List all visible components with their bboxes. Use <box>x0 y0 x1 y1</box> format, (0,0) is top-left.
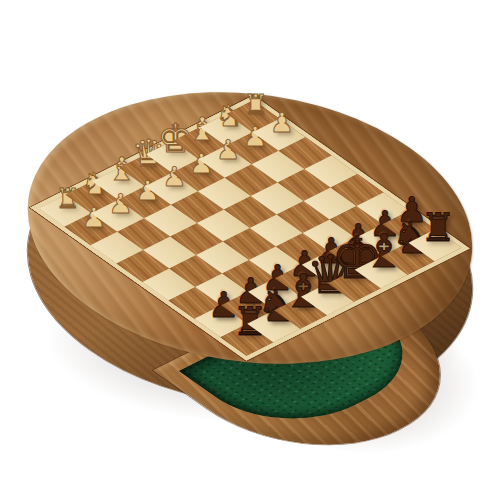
chess-box-scene: ♜♞♝♛♚♝♞♜♟♟♟♟♟♟♟♟♟♟♟♟♟♟♟♟♜♞♝♛♚♝♞♜ <box>0 0 500 500</box>
chess-piece-light-rook[interactable]: ♜ <box>244 91 268 118</box>
chess-piece-dark-rook[interactable]: ♜ <box>420 208 455 247</box>
chess-piece-light-pawn[interactable]: ♟ <box>270 110 294 137</box>
